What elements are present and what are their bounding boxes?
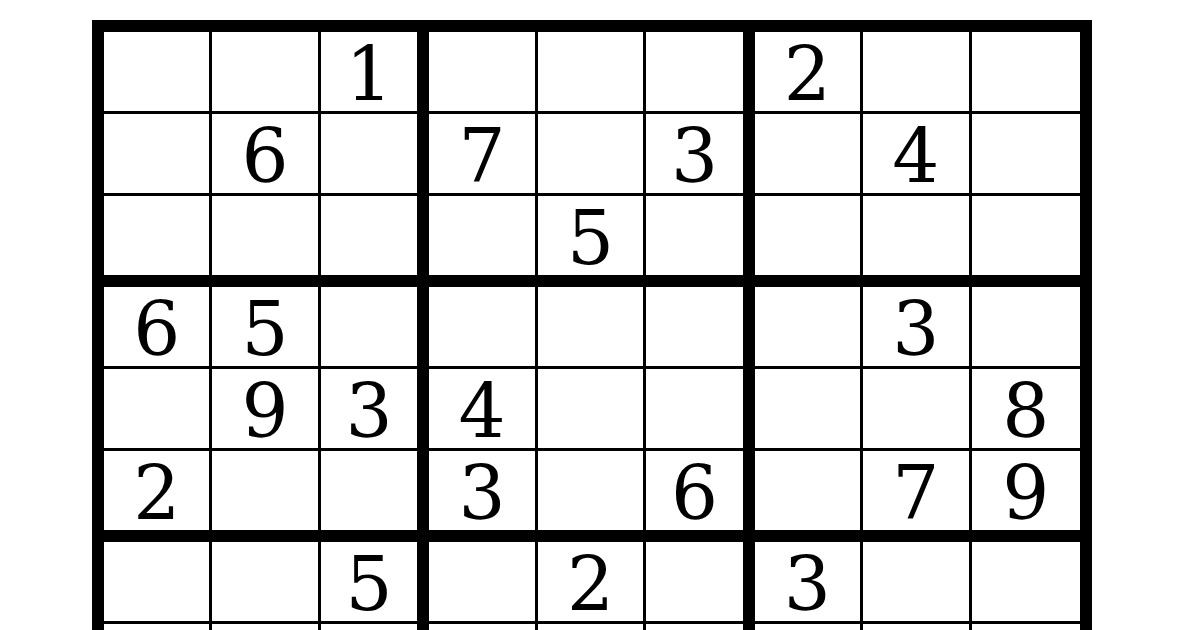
cell-r8c7[interactable] [755,624,863,630]
cell-r6c9: 9 [972,451,1080,542]
given-digit: 9 [1002,451,1049,530]
cell-r7c9[interactable] [972,542,1080,624]
given-digit: 8 [1002,369,1049,448]
cell-r6c4: 3 [429,451,537,542]
given-digit: 6 [133,287,180,366]
cell-r3c3[interactable] [321,196,429,287]
cell-r4c7[interactable] [755,287,863,369]
cell-r2c6: 3 [646,114,754,196]
cell-r7c3: 5 [321,542,429,624]
cell-r2c7[interactable] [755,114,863,196]
cell-r3c5: 5 [538,196,646,287]
cell-r8c5[interactable] [538,624,646,630]
cell-r3c8[interactable] [863,196,971,287]
given-digit: 4 [459,369,506,448]
cell-r8c3[interactable] [321,624,429,630]
cell-r8c6[interactable] [646,624,754,630]
given-digit: 9 [242,369,289,448]
cell-r7c5: 2 [538,542,646,624]
cell-r1c5[interactable] [538,32,646,114]
cell-r1c6[interactable] [646,32,754,114]
cell-r7c8[interactable] [863,542,971,624]
given-digit: 2 [567,542,614,621]
cell-r1c9[interactable] [972,32,1080,114]
given-digit: 3 [784,542,831,621]
cell-r6c1: 2 [104,451,212,542]
cell-r7c7: 3 [755,542,863,624]
given-digit: 3 [892,287,939,366]
cell-r7c4[interactable] [429,542,537,624]
cell-r8c1: 8 [104,624,212,630]
given-digit: 6 [242,114,289,193]
cell-r4c2: 5 [212,287,320,369]
cell-r4c3[interactable] [321,287,429,369]
cell-r7c2[interactable] [212,542,320,624]
cell-r3c2[interactable] [212,196,320,287]
given-digit: 2 [784,32,831,111]
cell-r8c4[interactable] [429,624,537,630]
given-digit: 4 [892,114,939,193]
cell-r5c5[interactable] [538,369,646,451]
cell-r6c3[interactable] [321,451,429,542]
cell-r5c8[interactable] [863,369,971,451]
sudoku-board: 12673456539348236795238 [92,20,1092,630]
cell-r5c6[interactable] [646,369,754,451]
cell-r2c5[interactable] [538,114,646,196]
cell-r4c5[interactable] [538,287,646,369]
cell-r2c2: 6 [212,114,320,196]
given-digit: 3 [671,114,718,193]
cell-r7c1[interactable] [104,542,212,624]
cell-r8c8[interactable] [863,624,971,630]
cell-r8c9[interactable] [972,624,1080,630]
cell-r1c2[interactable] [212,32,320,114]
cell-r1c1[interactable] [104,32,212,114]
cell-r3c9[interactable] [972,196,1080,287]
given-digit: 5 [346,542,393,621]
cell-r4c8: 3 [863,287,971,369]
cell-r5c2: 9 [212,369,320,451]
cell-r2c8: 4 [863,114,971,196]
given-digit: 5 [567,196,614,275]
cell-r7c6[interactable] [646,542,754,624]
cell-r1c3: 1 [321,32,429,114]
cell-r6c6: 6 [646,451,754,542]
cell-r4c4[interactable] [429,287,537,369]
cell-r5c4: 4 [429,369,537,451]
given-digit: 1 [346,32,393,111]
given-digit: 2 [133,451,180,530]
cell-r3c1[interactable] [104,196,212,287]
cell-r1c4[interactable] [429,32,537,114]
cell-r6c8: 7 [863,451,971,542]
cell-r2c9[interactable] [972,114,1080,196]
given-digit: 7 [892,451,939,530]
given-digit: 3 [346,369,393,448]
cell-r1c7: 2 [755,32,863,114]
cell-r5c1[interactable] [104,369,212,451]
cell-r2c4: 7 [429,114,537,196]
cell-r5c9: 8 [972,369,1080,451]
cell-r4c1: 6 [104,287,212,369]
cell-r4c9[interactable] [972,287,1080,369]
cell-r3c4[interactable] [429,196,537,287]
given-digit: 3 [459,451,506,530]
cell-r3c7[interactable] [755,196,863,287]
given-digit: 8 [133,624,180,630]
cell-r6c5[interactable] [538,451,646,542]
cell-r5c7[interactable] [755,369,863,451]
cell-r6c2[interactable] [212,451,320,542]
cell-r5c3: 3 [321,369,429,451]
cell-r1c8[interactable] [863,32,971,114]
cell-r3c6[interactable] [646,196,754,287]
cell-r6c7[interactable] [755,451,863,542]
cell-r4c6[interactable] [646,287,754,369]
given-digit: 7 [459,114,506,193]
cell-r2c3[interactable] [321,114,429,196]
cell-r8c2[interactable] [212,624,320,630]
given-digit: 6 [671,451,718,530]
cell-r2c1[interactable] [104,114,212,196]
given-digit: 5 [242,287,289,366]
